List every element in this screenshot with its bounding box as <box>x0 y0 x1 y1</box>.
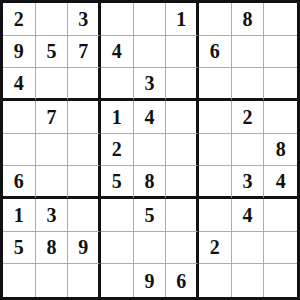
cell-r9c4[interactable] <box>101 264 134 297</box>
cell-r3c6[interactable] <box>166 68 199 101</box>
cell-r9c1[interactable] <box>3 264 36 297</box>
cell-r9c3[interactable] <box>68 264 101 297</box>
cell-r6c5[interactable]: 8 <box>134 166 167 199</box>
cell-r7c1[interactable]: 1 <box>3 199 36 232</box>
cell-r8c3[interactable]: 9 <box>68 232 101 265</box>
cell-r1c8[interactable]: 8 <box>232 3 265 36</box>
cell-r5c9[interactable]: 8 <box>264 134 297 167</box>
cell-r3c1[interactable]: 4 <box>3 68 36 101</box>
cell-r4c4[interactable]: 1 <box>101 101 134 134</box>
cell-r4c5[interactable]: 4 <box>134 101 167 134</box>
cell-r1c6[interactable]: 1 <box>166 3 199 36</box>
cell-r9c5[interactable]: 9 <box>134 264 167 297</box>
cell-r6c2[interactable] <box>36 166 69 199</box>
cell-r2c8[interactable] <box>232 36 265 69</box>
cell-r9c6[interactable]: 6 <box>166 264 199 297</box>
cell-r8c9[interactable] <box>264 232 297 265</box>
cell-r4c3[interactable] <box>68 101 101 134</box>
cell-r8c6[interactable] <box>166 232 199 265</box>
cell-r6c1[interactable]: 6 <box>3 166 36 199</box>
cell-r8c2[interactable]: 8 <box>36 232 69 265</box>
cell-r5c1[interactable] <box>3 134 36 167</box>
cell-r1c5[interactable] <box>134 3 167 36</box>
cell-r1c9[interactable] <box>264 3 297 36</box>
cell-r7c8[interactable]: 4 <box>232 199 265 232</box>
cell-r4c7[interactable] <box>199 101 232 134</box>
cell-r4c9[interactable] <box>264 101 297 134</box>
cell-r6c4[interactable]: 5 <box>101 166 134 199</box>
cell-r2c7[interactable]: 6 <box>199 36 232 69</box>
cell-r8c4[interactable] <box>101 232 134 265</box>
cell-r3c5[interactable]: 3 <box>134 68 167 101</box>
cell-r1c1[interactable]: 2 <box>3 3 36 36</box>
cell-r5c5[interactable] <box>134 134 167 167</box>
cell-r5c2[interactable] <box>36 134 69 167</box>
cell-r6c9[interactable]: 4 <box>264 166 297 199</box>
cell-r5c3[interactable] <box>68 134 101 167</box>
cell-r8c7[interactable]: 2 <box>199 232 232 265</box>
cell-r6c3[interactable] <box>68 166 101 199</box>
cell-r7c6[interactable] <box>166 199 199 232</box>
cell-r5c6[interactable] <box>166 134 199 167</box>
cell-r6c7[interactable] <box>199 166 232 199</box>
cell-r2c4[interactable]: 4 <box>101 36 134 69</box>
cell-r7c2[interactable]: 3 <box>36 199 69 232</box>
cell-r7c3[interactable] <box>68 199 101 232</box>
cell-r9c9[interactable] <box>264 264 297 297</box>
cell-r4c1[interactable] <box>3 101 36 134</box>
cell-r3c2[interactable] <box>36 68 69 101</box>
cell-r8c1[interactable]: 5 <box>3 232 36 265</box>
cell-r2c3[interactable]: 7 <box>68 36 101 69</box>
cell-r2c1[interactable]: 9 <box>3 36 36 69</box>
cell-r7c5[interactable]: 5 <box>134 199 167 232</box>
cell-r7c7[interactable] <box>199 199 232 232</box>
sudoku-board: 23189574643714228658341354589296 <box>0 0 300 300</box>
cell-r1c2[interactable] <box>36 3 69 36</box>
cell-r2c6[interactable] <box>166 36 199 69</box>
cell-r3c4[interactable] <box>101 68 134 101</box>
cell-r6c6[interactable] <box>166 166 199 199</box>
cell-r1c3[interactable]: 3 <box>68 3 101 36</box>
cell-r9c8[interactable] <box>232 264 265 297</box>
cell-r2c9[interactable] <box>264 36 297 69</box>
cell-r5c7[interactable] <box>199 134 232 167</box>
cell-r2c2[interactable]: 5 <box>36 36 69 69</box>
cell-r5c8[interactable] <box>232 134 265 167</box>
cell-r4c8[interactable]: 2 <box>232 101 265 134</box>
cell-r1c4[interactable] <box>101 3 134 36</box>
cell-r2c5[interactable] <box>134 36 167 69</box>
cell-r3c3[interactable] <box>68 68 101 101</box>
cell-r3c7[interactable] <box>199 68 232 101</box>
cell-r7c9[interactable] <box>264 199 297 232</box>
cell-r6c8[interactable]: 3 <box>232 166 265 199</box>
cell-r7c4[interactable] <box>101 199 134 232</box>
cell-r5c4[interactable]: 2 <box>101 134 134 167</box>
cell-r8c8[interactable] <box>232 232 265 265</box>
cell-r4c2[interactable]: 7 <box>36 101 69 134</box>
cell-r3c9[interactable] <box>264 68 297 101</box>
cell-r3c8[interactable] <box>232 68 265 101</box>
cell-r4c6[interactable] <box>166 101 199 134</box>
cell-r9c2[interactable] <box>36 264 69 297</box>
sudoku-puzzle: 23189574643714228658341354589296 <box>0 0 300 300</box>
cell-r9c7[interactable] <box>199 264 232 297</box>
cell-r1c7[interactable] <box>199 3 232 36</box>
cell-r8c5[interactable] <box>134 232 167 265</box>
